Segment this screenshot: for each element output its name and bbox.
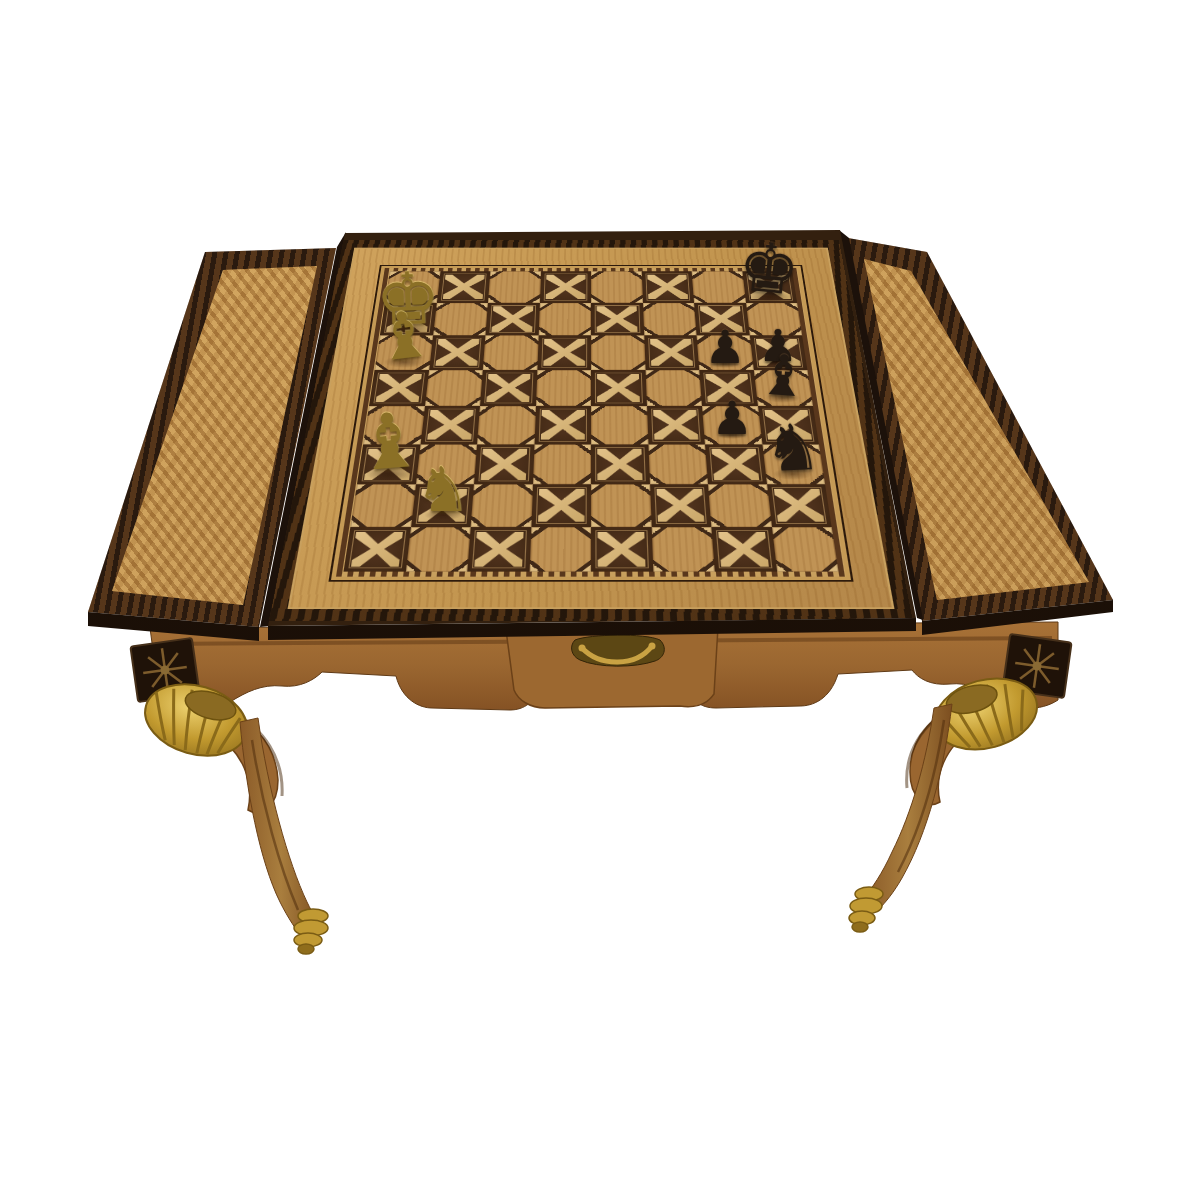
square-h1 <box>771 527 838 572</box>
square-c2 <box>471 484 533 526</box>
square-e5 <box>591 370 647 406</box>
ebony-pawn-g4: ♟ <box>711 395 752 441</box>
ebony-king-h8: ♚ <box>735 232 803 306</box>
square-b8 <box>436 271 490 302</box>
leg-front-right <box>864 704 952 910</box>
antique-games-table-photo: ♚♝♝♞♚♟♟♝♟♞ <box>0 0 1200 1200</box>
square-c8 <box>488 271 541 302</box>
ebony-knight-h3: ♞ <box>763 415 823 481</box>
brass-foot-right <box>849 887 883 932</box>
square-f8 <box>641 271 694 302</box>
square-d3 <box>532 444 591 484</box>
square-a1 <box>343 527 410 572</box>
ebony-pawn-g6: ♟ <box>704 324 745 370</box>
square-b1 <box>405 527 470 572</box>
square-e3 <box>591 444 650 484</box>
square-d7 <box>538 303 591 336</box>
square-b5 <box>425 370 483 406</box>
square-d6 <box>537 335 591 369</box>
square-e1 <box>591 527 653 572</box>
square-g3 <box>705 444 767 484</box>
square-f5 <box>645 370 702 406</box>
square-b4 <box>420 406 480 444</box>
square-c4 <box>477 406 535 444</box>
brass-foot-left <box>294 909 328 954</box>
square-g1 <box>711 527 776 572</box>
square-d8 <box>539 271 591 302</box>
square-f6 <box>644 335 699 369</box>
square-c7 <box>485 303 539 336</box>
square-b6 <box>429 335 486 369</box>
square-e6 <box>591 335 645 369</box>
square-c3 <box>474 444 534 484</box>
square-a2 <box>350 484 415 526</box>
square-e2 <box>591 484 651 526</box>
square-g2 <box>708 484 771 526</box>
square-f1 <box>651 527 715 572</box>
square-d5 <box>536 370 592 406</box>
drawer-pull <box>572 635 665 666</box>
square-d2 <box>531 484 591 526</box>
square-d1 <box>529 527 591 572</box>
square-f7 <box>643 303 697 336</box>
square-h2 <box>767 484 832 526</box>
square-e4 <box>591 406 648 444</box>
square-d4 <box>534 406 591 444</box>
brass-knight-b2: ♞ <box>415 459 471 521</box>
square-e7 <box>591 303 644 336</box>
square-c5 <box>480 370 537 406</box>
square-f4 <box>647 406 705 444</box>
leg-front-left <box>240 718 322 941</box>
square-f3 <box>648 444 708 484</box>
brass-bishop-a6: ♝ <box>372 301 437 372</box>
square-c6 <box>483 335 538 369</box>
center-drawer <box>506 627 718 708</box>
square-f2 <box>650 484 712 526</box>
square-c1 <box>467 527 531 572</box>
square-e8 <box>591 271 643 302</box>
ebony-bishop-h5: ♝ <box>756 346 810 405</box>
